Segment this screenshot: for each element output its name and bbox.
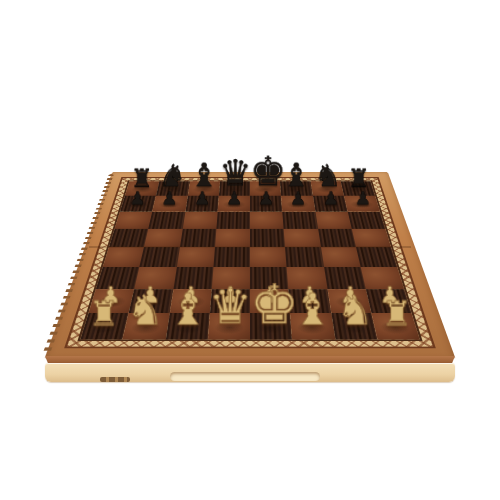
black-king: ♚ (250, 151, 281, 191)
square-c7: ♟ (185, 196, 219, 212)
white-pawn: ♟ (170, 283, 210, 306)
inlay-border: ♜♞♝♛♚♝♞♜♟♟♟♟♟♟♟♟♟♟♟♟♟♟♟♟♜♞♝♛♚♝♞♜ (64, 177, 436, 348)
square-f2: ♟ (289, 289, 331, 313)
white-knight: ♞ (334, 290, 376, 332)
square-h1: ♜ (371, 313, 420, 339)
handle-notch (170, 372, 320, 381)
square-a2: ♟ (89, 289, 135, 313)
black-rook: ♜ (126, 166, 157, 191)
board-frame: ♜♞♝♛♚♝♞♜♟♟♟♟♟♟♟♟♟♟♟♟♟♟♟♟♜♞♝♛♚♝♞♜ (44, 172, 455, 359)
square-h7: ♟ (344, 196, 380, 212)
square-f5 (284, 229, 321, 247)
square-b3 (134, 267, 176, 289)
square-f4 (285, 247, 323, 267)
square-d2: ♟ (210, 289, 250, 313)
white-pawn: ♟ (91, 283, 131, 306)
square-b6 (149, 212, 185, 229)
square-c2: ♟ (169, 289, 211, 313)
square-e6 (250, 212, 284, 229)
square-h8: ♜ (340, 181, 375, 196)
square-e2: ♟ (250, 289, 290, 313)
black-knight: ♞ (312, 161, 343, 192)
product-photo-scene: ♜♞♝♛♚♝♞♜♟♟♟♟♟♟♟♟♟♟♟♟♟♟♟♟♜♞♝♛♚♝♞♜ (0, 0, 500, 500)
board-front-face (45, 363, 455, 382)
square-d1: ♛ (208, 313, 250, 339)
square-a4 (103, 247, 144, 267)
square-h2: ♟ (366, 289, 412, 313)
square-f8: ♝ (280, 181, 312, 196)
square-e4 (250, 247, 287, 267)
chess-board-3d: ♜♞♝♛♚♝♞♜♟♟♟♟♟♟♟♟♟♟♟♟♟♟♟♟♜♞♝♛♚♝♞♜ (44, 172, 455, 359)
square-e1: ♚ (250, 313, 292, 339)
white-pawn: ♟ (210, 283, 250, 306)
square-a3 (96, 267, 140, 289)
square-d3 (211, 267, 250, 289)
white-pawn: ♟ (290, 283, 330, 306)
square-c4 (176, 247, 214, 267)
square-g3 (324, 267, 366, 289)
white-pawn: ♟ (131, 283, 171, 306)
black-bishop: ♝ (281, 159, 312, 191)
white-pawn: ♟ (250, 283, 290, 306)
black-rook: ♜ (343, 166, 374, 191)
square-h4 (356, 247, 397, 267)
latch (100, 377, 130, 382)
square-h5 (351, 229, 391, 247)
square-e5 (250, 229, 285, 247)
square-g4 (321, 247, 361, 267)
square-c3 (173, 267, 213, 289)
square-g1: ♞ (331, 313, 378, 339)
square-d4 (213, 247, 250, 267)
square-b1: ♞ (123, 313, 170, 339)
square-e7: ♟ (250, 196, 283, 212)
white-pawn: ♟ (330, 283, 370, 306)
square-g5 (318, 229, 356, 247)
square-d7: ♟ (217, 196, 250, 212)
black-knight: ♞ (157, 161, 188, 192)
square-a8: ♜ (125, 181, 160, 196)
square-d6 (216, 212, 250, 229)
square-b8: ♞ (156, 181, 190, 196)
square-g8: ♞ (310, 181, 344, 196)
square-a5 (109, 229, 149, 247)
black-bishop: ♝ (188, 159, 219, 191)
square-d8: ♛ (219, 181, 250, 196)
white-knight: ♞ (125, 290, 167, 332)
squares-grid: ♜♞♝♛♚♝♞♜♟♟♟♟♟♟♟♟♟♟♟♟♟♟♟♟♜♞♝♛♚♝♞♜ (77, 181, 422, 341)
square-h3 (360, 267, 404, 289)
square-a6 (115, 212, 153, 229)
square-d5 (215, 229, 250, 247)
square-g2: ♟ (327, 289, 371, 313)
square-e3 (250, 267, 289, 289)
square-c6 (182, 212, 217, 229)
square-b4 (140, 247, 180, 267)
white-pawn: ♟ (369, 283, 409, 306)
square-g7: ♟ (313, 196, 348, 212)
square-b5 (144, 229, 182, 247)
square-b2: ♟ (129, 289, 173, 313)
square-f6 (283, 212, 318, 229)
square-a1: ♜ (80, 313, 129, 339)
square-c8: ♝ (187, 181, 219, 196)
square-g6 (315, 212, 351, 229)
square-c1: ♝ (165, 313, 209, 339)
square-h6 (348, 212, 386, 229)
black-queen: ♛ (219, 156, 250, 192)
square-e8: ♚ (250, 181, 281, 196)
square-f1: ♝ (290, 313, 334, 339)
square-f3 (287, 267, 327, 289)
square-f7: ♟ (281, 196, 315, 212)
square-b7: ♟ (152, 196, 187, 212)
square-c5 (180, 229, 217, 247)
square-a7: ♟ (120, 196, 156, 212)
